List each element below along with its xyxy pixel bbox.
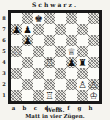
square-b1 xyxy=(22,90,33,101)
square-e5 xyxy=(55,46,66,57)
square-f8 xyxy=(66,13,77,24)
square-g3 xyxy=(77,68,88,79)
square-e2 xyxy=(55,79,66,90)
rank-label-4: 4 xyxy=(1,57,7,68)
square-c6 xyxy=(33,35,44,46)
square-c1 xyxy=(33,90,44,101)
square-g4: ♜ xyxy=(77,57,88,68)
piece-black-pawn: ♟ xyxy=(66,57,77,68)
piece-white-queen: ♕ xyxy=(66,46,77,57)
square-g6 xyxy=(77,35,88,46)
square-f7 xyxy=(66,24,77,35)
square-f5: ♕ xyxy=(66,46,77,57)
square-d3 xyxy=(44,68,55,79)
piece-white-knight: ♘ xyxy=(11,46,22,57)
square-a5: ♘ xyxy=(11,46,22,57)
square-b4 xyxy=(22,57,33,68)
square-b3 xyxy=(22,68,33,79)
square-f6 xyxy=(66,35,77,46)
square-a1 xyxy=(11,90,22,101)
square-c8: ♚ xyxy=(33,13,44,24)
square-b8 xyxy=(22,13,33,24)
square-e7 xyxy=(55,24,66,35)
square-a7: ♟ xyxy=(11,24,22,35)
piece-white-rook: ♖ xyxy=(44,90,55,101)
square-h8 xyxy=(88,13,99,24)
square-c5 xyxy=(33,46,44,57)
square-a6 xyxy=(11,35,22,46)
rank-label-5: 5 xyxy=(1,46,7,57)
stipulation-text: Matt in vier Zügen. xyxy=(0,113,110,119)
square-e8 xyxy=(55,13,66,24)
black-side-label: Schwarz. xyxy=(0,1,110,9)
chess-diagram-page: Schwarz. 87654321 ♚♟♟♟♘♕♖♟♜♙♙♖♔ abcdefgh… xyxy=(0,0,110,120)
square-g5 xyxy=(77,46,88,57)
square-h1: ♔ xyxy=(88,90,99,101)
rank-label-7: 7 xyxy=(1,24,7,35)
square-g7 xyxy=(77,24,88,35)
square-c7 xyxy=(33,24,44,35)
square-b6: ♟ xyxy=(22,35,33,46)
square-e4 xyxy=(55,57,66,68)
square-g2: ♙ xyxy=(77,79,88,90)
rank-label-3: 3 xyxy=(1,68,7,79)
square-h4 xyxy=(88,57,99,68)
square-g8 xyxy=(77,13,88,24)
piece-black-king: ♚ xyxy=(33,13,44,24)
square-d8 xyxy=(44,13,55,24)
square-d5 xyxy=(44,46,55,57)
square-f3 xyxy=(66,68,77,79)
piece-white-king: ♔ xyxy=(88,90,99,101)
piece-white-rook: ♖ xyxy=(44,57,55,68)
square-h3 xyxy=(88,68,99,79)
square-e1 xyxy=(55,90,66,101)
piece-black-pawn: ♟ xyxy=(11,24,22,35)
square-h2: ♙ xyxy=(88,79,99,90)
rank-label-8: 8 xyxy=(1,13,7,24)
piece-black-pawn: ♟ xyxy=(22,24,33,35)
square-b7: ♟ xyxy=(22,24,33,35)
square-f2 xyxy=(66,79,77,90)
rank-labels: 87654321 xyxy=(1,13,7,101)
rank-label-1: 1 xyxy=(1,90,7,101)
rank-label-2: 2 xyxy=(1,79,7,90)
square-d7 xyxy=(44,24,55,35)
square-g1 xyxy=(77,90,88,101)
square-h7 xyxy=(88,24,99,35)
square-h6 xyxy=(88,35,99,46)
square-d2 xyxy=(44,79,55,90)
square-f4: ♟ xyxy=(66,57,77,68)
square-c3 xyxy=(33,68,44,79)
square-e6 xyxy=(55,35,66,46)
piece-white-pawn: ♙ xyxy=(88,79,99,90)
square-c4 xyxy=(33,57,44,68)
square-e3 xyxy=(55,68,66,79)
square-a4 xyxy=(11,57,22,68)
rank-label-6: 6 xyxy=(1,35,7,46)
square-f1 xyxy=(66,90,77,101)
square-b5 xyxy=(22,46,33,57)
piece-white-pawn: ♙ xyxy=(77,79,88,90)
piece-black-pawn: ♟ xyxy=(22,35,33,46)
square-b2 xyxy=(22,79,33,90)
square-h5 xyxy=(88,46,99,57)
square-d4: ♖ xyxy=(44,57,55,68)
square-d6 xyxy=(44,35,55,46)
square-d1: ♖ xyxy=(44,90,55,101)
piece-black-rook: ♜ xyxy=(77,57,88,68)
chess-board: ♚♟♟♟♘♕♖♟♜♙♙♖♔ xyxy=(8,10,102,104)
square-a2 xyxy=(11,79,22,90)
square-c2 xyxy=(33,79,44,90)
square-a8 xyxy=(11,13,22,24)
square-a3 xyxy=(11,68,22,79)
